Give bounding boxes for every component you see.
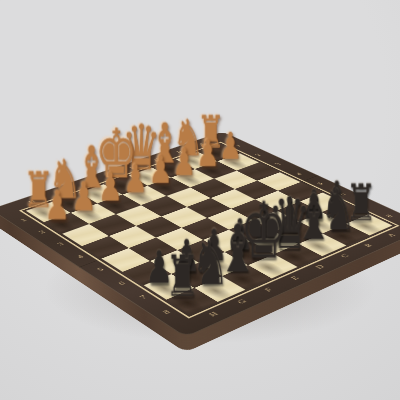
file-label-right-G: G (235, 298, 248, 305)
square-d3 (166, 187, 210, 207)
square-h4 (81, 236, 129, 259)
rank-label-near-3: 3 (56, 241, 66, 246)
file-label-right-E: E (289, 275, 301, 281)
rank-label-near-4: 4 (75, 254, 85, 259)
file-label-right-B: B (362, 242, 374, 248)
rank-label-far-3: 3 (273, 162, 282, 166)
rank-label-near-8: 8 (161, 309, 172, 315)
piece-white-pawn-b2: ♟ (196, 135, 219, 172)
file-label-right-C: C (338, 253, 350, 259)
file-label-right-D: D (314, 264, 327, 270)
rank-label-near-2: 2 (37, 229, 47, 234)
piece-white-pawn-c2: ♟ (173, 143, 197, 181)
rank-label-near-6: 6 (116, 280, 127, 286)
piece-white-pawn-e2: ♟ (124, 159, 148, 198)
rank-label-near-5: 5 (95, 267, 105, 273)
file-label-right-F: F (263, 286, 275, 292)
studio-scene: ♜♟♟♜♞♟♟♞♝♟♟♝♛♟♟♛♚♟♟♚♝♟♟♝♞♟♟♞♜♟♟♜ 1122334… (0, 0, 400, 400)
file-label-right-H: H (207, 310, 220, 317)
piece-black-rook-h8: ♜ (165, 249, 200, 305)
piece-white-pawn-d2: ♟ (148, 151, 172, 189)
rank-label-far-4: 4 (294, 172, 303, 176)
rank-label-near-7: 7 (138, 294, 149, 300)
file-label-right-A: A (385, 232, 397, 238)
piece-white-pawn-h2: ♟ (44, 186, 69, 227)
rank-label-far-8: 8 (384, 213, 394, 218)
rank-label-far-2: 2 (253, 153, 262, 157)
rank-label-near-1: 1 (19, 218, 28, 223)
